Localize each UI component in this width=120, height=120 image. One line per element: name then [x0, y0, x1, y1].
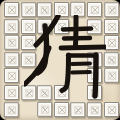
tile-r6c1[interactable] [4, 85, 19, 100]
tile-r6c2[interactable] [21, 85, 36, 100]
tile-r6c6[interactable] [87, 85, 102, 100]
tile-r1c6[interactable] [87, 2, 102, 17]
tile-r1c7[interactable] [104, 2, 119, 17]
tile-r3c2[interactable] [21, 35, 36, 50]
tile-r7c3[interactable] [37, 101, 52, 116]
tile-r2c6[interactable] [87, 19, 102, 34]
tile-r5c1[interactable] [4, 68, 19, 83]
tile-r7c1[interactable] [4, 102, 19, 117]
tile-r4c1[interactable] [4, 52, 19, 67]
puzzle-board [0, 0, 120, 120]
tile-r7c6[interactable] [87, 102, 102, 117]
tile-r2c3[interactable] [37, 18, 52, 33]
tile-r2c7[interactable] [104, 19, 119, 34]
tile-r6c4[interactable] [54, 85, 69, 100]
tile-grid [4, 2, 119, 117]
tile-r3c1[interactable] [4, 35, 19, 50]
tile-r2c1[interactable] [4, 19, 19, 34]
tile-r1c5[interactable] [71, 2, 86, 17]
tile-r7c7[interactable] [104, 102, 119, 117]
tile-r7c5[interactable] [71, 102, 86, 117]
tile-r3c7[interactable] [103, 35, 118, 50]
tile-r5c7[interactable] [104, 68, 119, 83]
tile-r2c2[interactable] [21, 19, 36, 34]
tile-r2c4[interactable] [54, 19, 69, 34]
tile-r4c7[interactable] [103, 52, 118, 67]
tile-r1c3[interactable] [37, 2, 52, 17]
tile-r1c1[interactable] [4, 2, 19, 17]
tile-r1c4[interactable] [54, 2, 69, 17]
tile-r4c2[interactable] [20, 52, 35, 67]
tile-r7c4[interactable] [54, 101, 69, 116]
tile-r5c6[interactable] [87, 68, 102, 83]
tile-r4c6[interactable] [87, 52, 102, 67]
tile-r6c3[interactable] [37, 85, 52, 100]
tile-r1c2[interactable] [21, 2, 36, 17]
